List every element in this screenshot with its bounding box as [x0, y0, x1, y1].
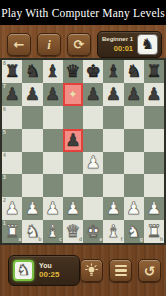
square-b1[interactable]: b♞ [22, 220, 42, 243]
square-b5[interactable] [22, 129, 42, 152]
rank-label-5: 5 [3, 130, 6, 135]
page-title: Play With Computer Many Levels [0, 0, 166, 25]
square-a7[interactable]: 7♟ [2, 83, 22, 106]
undo-button[interactable]: ↺ [138, 259, 161, 282]
square-d4[interactable] [63, 152, 83, 175]
piece-black-pawn: ♟ [146, 86, 161, 103]
square-h4[interactable] [144, 152, 164, 175]
square-f8[interactable]: ♝ [103, 60, 123, 83]
square-g4[interactable] [124, 152, 144, 175]
menu-button[interactable] [109, 259, 132, 282]
piece-white-rook: ♜ [5, 223, 20, 240]
square-g7[interactable]: ♟ [124, 83, 144, 106]
flip-board-button[interactable]: ⟳ [67, 33, 91, 56]
rank-label-6: 6 [3, 107, 6, 112]
flip-board-icon: ⟳ [74, 38, 85, 51]
piece-black-knight: ♞ [126, 63, 141, 80]
square-c7[interactable]: ♟ [43, 83, 63, 106]
file-label-c: c [59, 237, 62, 242]
square-d3[interactable] [63, 174, 83, 197]
square-c2[interactable]: ♟ [43, 197, 63, 220]
piece-black-rook: ♜ [146, 63, 161, 80]
piece-white-pawn: ♟ [5, 200, 20, 217]
piece-white-pawn: ♟ [25, 200, 40, 217]
square-g2[interactable]: ♟ [124, 197, 144, 220]
page-title-text: Play With Computer Many Levels [1, 7, 165, 19]
piece-white-king: ♚ [86, 223, 101, 240]
square-f7[interactable]: ♟ [103, 83, 123, 106]
square-a5[interactable]: 5 [2, 129, 22, 152]
square-d2[interactable]: ♟ [63, 197, 83, 220]
square-d7[interactable]: ✦ [63, 83, 83, 106]
undo-icon: ↺ [144, 264, 156, 278]
info-button[interactable]: i [37, 33, 61, 56]
piece-white-bishop: ♝ [45, 223, 60, 240]
square-c6[interactable] [43, 106, 63, 129]
square-h1[interactable]: h♜ [144, 220, 164, 243]
black-knight-icon: ♞ [141, 37, 154, 52]
app-screen: Play With Computer Many Levels ← i ⟳ Beg… [0, 0, 166, 296]
piece-black-pawn: ♟ [86, 86, 101, 103]
square-d1[interactable]: d♛ [63, 220, 83, 243]
player-clock: 00:25 [39, 270, 59, 280]
file-label-h: h [160, 237, 163, 242]
piece-black-pawn: ♟ [45, 86, 60, 103]
rank-label-3: 3 [3, 175, 6, 180]
piece-black-bishop: ♝ [106, 63, 121, 80]
file-label-a: a [18, 237, 21, 242]
piece-black-knight: ♞ [25, 63, 40, 80]
hamburger-menu-icon [115, 265, 127, 276]
chess-board[interactable]: 8♜♞♝♛♚♝♞♜7♟♟♟✦♟♟♟♟65♟4♟32♟♟♟♟♟♟♟1a♜b♞c♝d… [0, 58, 166, 245]
lightbulb-icon [84, 263, 99, 278]
square-e6[interactable] [83, 106, 103, 129]
opponent-level-name: Beginner 1 [102, 36, 133, 44]
square-h8[interactable]: ♜ [144, 60, 164, 83]
square-d5[interactable]: ♟ [63, 129, 83, 152]
back-icon: ← [14, 38, 25, 51]
file-label-g: g [140, 237, 143, 242]
piece-white-pawn: ♟ [106, 200, 121, 217]
piece-black-bishop: ♝ [45, 63, 60, 80]
square-g3[interactable] [124, 174, 144, 197]
piece-white-bishop: ♝ [106, 223, 121, 240]
rank-label-1: 1 [3, 221, 6, 226]
square-h7[interactable]: ♟ [144, 83, 164, 106]
square-b8[interactable]: ♞ [22, 60, 42, 83]
square-e4[interactable]: ♟ [83, 152, 103, 175]
square-g6[interactable] [124, 106, 144, 129]
square-f1[interactable]: f♝ [103, 220, 123, 243]
back-button[interactable]: ← [7, 33, 31, 56]
piece-black-pawn: ♟ [25, 86, 40, 103]
square-b2[interactable]: ♟ [22, 197, 42, 220]
piece-white-pawn: ♟ [65, 200, 80, 217]
square-b7[interactable]: ♟ [22, 83, 42, 106]
opponent-panel[interactable]: Beginner 1 00:01 ♞ [97, 31, 162, 58]
file-label-e: e [99, 237, 102, 242]
rank-label-7: 7 [3, 84, 6, 89]
square-c5[interactable] [43, 129, 63, 152]
bottom-buttons: ↺ [80, 259, 161, 282]
piece-white-pawn: ♟ [146, 200, 161, 217]
square-h6[interactable] [144, 106, 164, 129]
square-b6[interactable] [22, 106, 42, 129]
square-c1[interactable]: c♝ [43, 220, 63, 243]
square-e5[interactable] [83, 129, 103, 152]
opponent-info: Beginner 1 00:01 [102, 36, 133, 53]
square-a3[interactable]: 3 [2, 174, 22, 197]
rank-label-8: 8 [3, 61, 6, 66]
square-a2[interactable]: 2♟ [2, 197, 22, 220]
square-a8[interactable]: 8♜ [2, 60, 22, 83]
square-e8[interactable]: ♚ [83, 60, 103, 83]
player-piece-badge: ♞ [13, 260, 34, 281]
square-e1[interactable]: e♚ [83, 220, 103, 243]
file-label-f: f [121, 237, 123, 242]
rank-label-2: 2 [3, 198, 6, 203]
rank-label-4: 4 [3, 153, 6, 158]
opponent-clock: 00:01 [102, 44, 133, 53]
white-knight-icon: ♞ [17, 263, 30, 278]
square-b3[interactable] [22, 174, 42, 197]
bottom-toolbar: ♞ You 00:25 [0, 245, 166, 296]
square-h3[interactable] [144, 174, 164, 197]
square-f2[interactable]: ♟ [103, 197, 123, 220]
piece-black-pawn: ♟ [65, 132, 80, 149]
piece-black-king: ♚ [86, 63, 101, 80]
square-c8[interactable]: ♝ [43, 60, 63, 83]
piece-black-pawn: ♟ [106, 86, 121, 103]
piece-white-pawn: ♟ [45, 200, 60, 217]
top-toolbar: ← i ⟳ Beginner 1 00:01 ♞ [0, 25, 166, 58]
square-e3[interactable] [83, 174, 103, 197]
square-f4[interactable] [103, 152, 123, 175]
square-a6[interactable]: 6 [2, 106, 22, 129]
hint-button[interactable] [80, 259, 103, 282]
file-label-d: d [79, 237, 82, 242]
square-g8[interactable]: ♞ [124, 60, 144, 83]
player-panel: ♞ You 00:25 [8, 255, 80, 286]
player-info: You 00:25 [39, 261, 59, 280]
piece-white-pawn: ♟ [126, 200, 141, 217]
square-f5[interactable] [103, 129, 123, 152]
player-name: You [39, 261, 59, 270]
square-h2[interactable]: ♟ [144, 197, 164, 220]
square-g1[interactable]: g♞ [124, 220, 144, 243]
piece-black-queen: ♛ [65, 63, 80, 80]
file-label-b: b [38, 237, 41, 242]
square-b4[interactable] [22, 152, 42, 175]
square-e2[interactable] [83, 197, 103, 220]
info-icon: i [47, 38, 51, 51]
square-f3[interactable] [103, 174, 123, 197]
square-f6[interactable] [103, 106, 123, 129]
piece-black-pawn: ♟ [5, 86, 20, 103]
square-g5[interactable] [124, 129, 144, 152]
last-move-origin-marker: ✦ [68, 88, 77, 101]
square-d6[interactable] [63, 106, 83, 129]
square-c4[interactable] [43, 152, 63, 175]
square-d8[interactable]: ♛ [63, 60, 83, 83]
piece-white-pawn: ♟ [86, 154, 101, 171]
square-e7[interactable]: ♟ [83, 83, 103, 106]
square-a1[interactable]: 1a♜ [2, 220, 22, 243]
square-c3[interactable] [43, 174, 63, 197]
opponent-piece-badge: ♞ [137, 34, 158, 55]
piece-black-rook: ♜ [5, 63, 20, 80]
square-a4[interactable]: 4 [2, 152, 22, 175]
piece-black-pawn: ♟ [126, 86, 141, 103]
square-h5[interactable] [144, 129, 164, 152]
